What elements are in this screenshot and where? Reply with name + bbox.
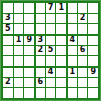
cell-r8c8-empty[interactable] xyxy=(78,78,88,88)
cell-r4c5-empty[interactable] xyxy=(46,35,56,45)
cell-r1c1-empty[interactable] xyxy=(3,3,13,13)
cell-r7c9-given[interactable]: 9 xyxy=(88,67,98,77)
cell-r7c7-given[interactable]: 1 xyxy=(67,67,77,77)
cell-r3c5-empty[interactable] xyxy=(46,24,56,34)
cell-r9c4-empty[interactable] xyxy=(35,88,45,98)
cell-r7c5-given[interactable]: 4 xyxy=(46,67,56,77)
cell-r7c1-empty[interactable] xyxy=(3,67,13,77)
cell-r4c2-given[interactable]: 1 xyxy=(14,35,24,45)
cell-r4c6-empty[interactable] xyxy=(56,35,66,45)
cell-r8c6-empty[interactable] xyxy=(56,78,66,88)
sudoku-board: 71325193425641926 xyxy=(0,0,101,101)
cell-r5c9-empty[interactable] xyxy=(88,46,98,56)
cell-r6c5-empty[interactable] xyxy=(46,56,56,66)
cell-r2c9-empty[interactable] xyxy=(88,14,98,24)
cell-r6c4-empty[interactable] xyxy=(35,56,45,66)
cell-r5c7-empty[interactable] xyxy=(67,46,77,56)
cell-r1c8-empty[interactable] xyxy=(78,3,88,13)
cell-r8c2-empty[interactable] xyxy=(14,78,24,88)
cell-r5c1-empty[interactable] xyxy=(3,46,13,56)
cell-r2c3-empty[interactable] xyxy=(24,14,34,24)
cell-r5c5-given[interactable]: 5 xyxy=(46,46,56,56)
cell-r1c6-given[interactable]: 1 xyxy=(56,3,66,13)
cell-r6c6-empty[interactable] xyxy=(56,56,66,66)
cell-r5c8-given[interactable]: 6 xyxy=(78,46,88,56)
cell-r8c4-given[interactable]: 6 xyxy=(35,78,45,88)
cell-r2c8-given[interactable]: 2 xyxy=(78,14,88,24)
cell-r5c6-empty[interactable] xyxy=(56,46,66,56)
cell-r2c6-empty[interactable] xyxy=(56,14,66,24)
cell-r6c3-empty[interactable] xyxy=(24,56,34,66)
cell-r7c4-empty[interactable] xyxy=(35,67,45,77)
cell-r3c9-empty[interactable] xyxy=(88,24,98,34)
cell-r4c1-empty[interactable] xyxy=(3,35,13,45)
cell-r9c1-empty[interactable] xyxy=(3,88,13,98)
cell-r2c1-given[interactable]: 3 xyxy=(3,14,13,24)
cell-r7c2-empty[interactable] xyxy=(14,67,24,77)
cell-r9c2-empty[interactable] xyxy=(14,88,24,98)
cell-r3c7-empty[interactable] xyxy=(67,24,77,34)
cell-r7c6-empty[interactable] xyxy=(56,67,66,77)
cell-r4c9-empty[interactable] xyxy=(88,35,98,45)
cell-r3c2-empty[interactable] xyxy=(14,24,24,34)
cell-r8c9-empty[interactable] xyxy=(88,78,98,88)
cell-r5c3-empty[interactable] xyxy=(24,46,34,56)
cell-r7c8-empty[interactable] xyxy=(78,67,88,77)
cell-r9c6-empty[interactable] xyxy=(56,88,66,98)
cell-r2c7-empty[interactable] xyxy=(67,14,77,24)
cell-r5c4-given[interactable]: 2 xyxy=(35,46,45,56)
cell-r9c3-empty[interactable] xyxy=(24,88,34,98)
cell-r1c5-given[interactable]: 7 xyxy=(46,3,56,13)
cell-r6c2-empty[interactable] xyxy=(14,56,24,66)
cell-r8c5-empty[interactable] xyxy=(46,78,56,88)
cell-r2c2-empty[interactable] xyxy=(14,14,24,24)
cell-r1c7-empty[interactable] xyxy=(67,3,77,13)
cell-r9c9-empty[interactable] xyxy=(88,88,98,98)
cell-r1c2-empty[interactable] xyxy=(14,3,24,13)
cell-r6c8-empty[interactable] xyxy=(78,56,88,66)
cell-r2c5-empty[interactable] xyxy=(46,14,56,24)
cell-r3c3-empty[interactable] xyxy=(24,24,34,34)
cell-r7c3-empty[interactable] xyxy=(24,67,34,77)
cell-r3c8-empty[interactable] xyxy=(78,24,88,34)
cell-r9c5-empty[interactable] xyxy=(46,88,56,98)
cell-r5c2-empty[interactable] xyxy=(14,46,24,56)
cell-r8c7-empty[interactable] xyxy=(67,78,77,88)
cell-r9c7-empty[interactable] xyxy=(67,88,77,98)
cell-r4c7-given[interactable]: 4 xyxy=(67,35,77,45)
cell-r6c7-empty[interactable] xyxy=(67,56,77,66)
cell-r8c3-empty[interactable] xyxy=(24,78,34,88)
cell-r1c3-empty[interactable] xyxy=(24,3,34,13)
cell-r6c9-empty[interactable] xyxy=(88,56,98,66)
cell-r3c6-empty[interactable] xyxy=(56,24,66,34)
cell-r3c4-empty[interactable] xyxy=(35,24,45,34)
cell-r8c1-given[interactable]: 2 xyxy=(3,78,13,88)
cell-r1c4-empty[interactable] xyxy=(35,3,45,13)
cell-r4c8-empty[interactable] xyxy=(78,35,88,45)
cell-r9c8-empty[interactable] xyxy=(78,88,88,98)
cell-r1c9-empty[interactable] xyxy=(88,3,98,13)
cell-r4c4-given[interactable]: 3 xyxy=(35,35,45,45)
cell-r2c4-empty[interactable] xyxy=(35,14,45,24)
cell-r3c1-given[interactable]: 5 xyxy=(3,24,13,34)
sudoku-grid: 71325193425641926 xyxy=(3,3,98,98)
cell-r6c1-empty[interactable] xyxy=(3,56,13,66)
cell-r4c3-given[interactable]: 9 xyxy=(24,35,34,45)
